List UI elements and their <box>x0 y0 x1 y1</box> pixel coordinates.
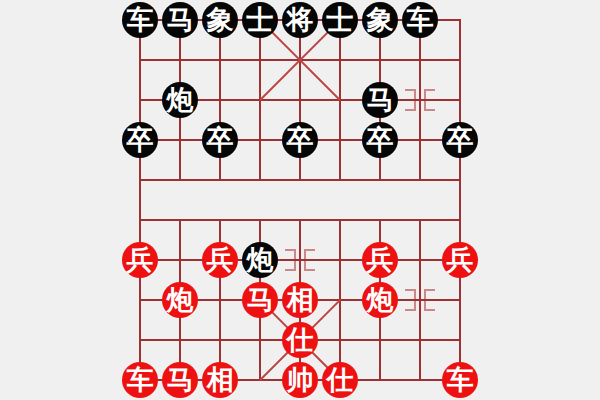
point-marker <box>285 245 315 275</box>
point-marker-corner <box>424 289 435 299</box>
piece-black-cannon[interactable]: 炮 <box>242 242 278 278</box>
point-marker-corner <box>424 301 435 311</box>
piece-black-soldier[interactable]: 卒 <box>282 122 318 158</box>
point-marker-corner <box>405 89 416 99</box>
piece-red-chariot[interactable]: 车 <box>442 362 478 398</box>
piece-black-chariot[interactable]: 车 <box>122 2 158 38</box>
point-marker-corner <box>405 101 416 111</box>
point-marker-corner <box>285 249 296 259</box>
piece-black-soldier[interactable]: 卒 <box>122 122 158 158</box>
point-marker-corner <box>424 101 435 111</box>
piece-black-advisor[interactable]: 士 <box>242 2 278 38</box>
piece-red-general[interactable]: 帅 <box>282 362 318 398</box>
piece-black-advisor[interactable]: 士 <box>322 2 358 38</box>
piece-red-horse[interactable]: 马 <box>242 282 278 318</box>
piece-red-elephant[interactable]: 相 <box>282 282 318 318</box>
piece-black-elephant[interactable]: 象 <box>362 2 398 38</box>
point-marker <box>405 85 435 115</box>
grid-line-vertical <box>139 19 141 381</box>
piece-black-soldier[interactable]: 卒 <box>362 122 398 158</box>
piece-black-soldier[interactable]: 卒 <box>202 122 238 158</box>
piece-red-soldier[interactable]: 兵 <box>442 242 478 278</box>
piece-black-soldier[interactable]: 卒 <box>442 122 478 158</box>
piece-black-elephant[interactable]: 象 <box>202 2 238 38</box>
piece-black-general[interactable]: 将 <box>282 2 318 38</box>
piece-red-cannon[interactable]: 炮 <box>162 282 198 318</box>
point-marker-corner <box>304 249 315 259</box>
point-marker-corner <box>285 261 296 271</box>
piece-black-horse[interactable]: 马 <box>362 82 398 118</box>
piece-red-soldier[interactable]: 兵 <box>122 242 158 278</box>
point-marker-corner <box>304 261 315 271</box>
piece-red-horse[interactable]: 马 <box>162 362 198 398</box>
point-marker-corner <box>405 289 416 299</box>
point-marker-corner <box>405 301 416 311</box>
piece-red-soldier[interactable]: 兵 <box>362 242 398 278</box>
piece-red-elephant[interactable]: 相 <box>202 362 238 398</box>
piece-black-horse[interactable]: 马 <box>162 2 198 38</box>
piece-red-cannon[interactable]: 炮 <box>362 282 398 318</box>
piece-red-advisor[interactable]: 仕 <box>282 322 318 358</box>
piece-black-cannon[interactable]: 炮 <box>162 82 198 118</box>
piece-red-soldier[interactable]: 兵 <box>202 242 238 278</box>
grid-line-vertical <box>459 19 461 381</box>
point-marker <box>405 285 435 315</box>
point-marker-corner <box>424 89 435 99</box>
xiangqi-board[interactable]: 车马象士将士象车炮马卒卒卒卒卒炮兵兵兵兵炮马相炮仕车马相帅仕车 <box>0 0 600 400</box>
piece-red-chariot[interactable]: 车 <box>122 362 158 398</box>
piece-red-advisor[interactable]: 仕 <box>322 362 358 398</box>
piece-black-chariot[interactable]: 车 <box>402 2 438 38</box>
